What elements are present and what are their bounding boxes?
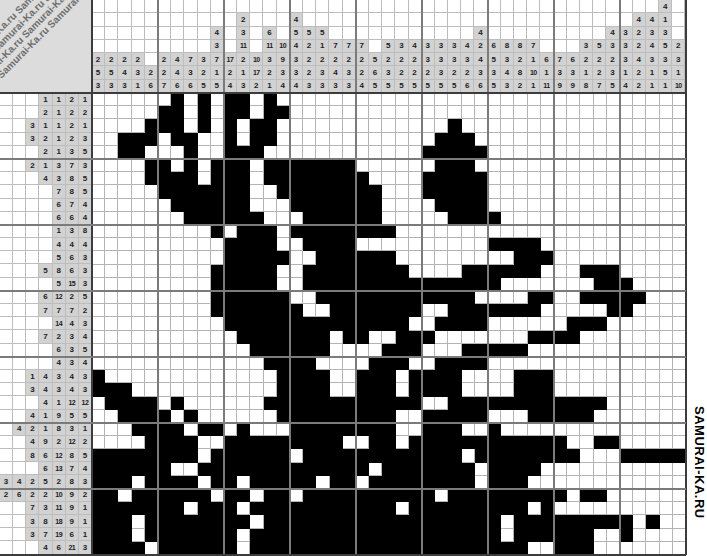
col-clue-cell: 4 [646,40,659,53]
col-clue-cell: 3 [620,40,633,53]
clue-cell-empty [26,304,39,317]
filled-cell [382,225,395,238]
col-clue-cell: 5 [382,80,395,93]
filled-cell [316,449,329,462]
filled-cell [382,344,395,357]
filled-cell [435,172,448,185]
row-clue-cell: 12 [53,291,66,304]
col-clue-cell: 3 [567,66,580,79]
filled-cell [528,410,541,423]
clue-cell-empty [13,172,26,185]
col-clue-cell: 4 [277,80,290,93]
row-clue-cell: 2 [66,291,79,304]
col-clue-cell: 1 [316,40,329,53]
filled-cell [541,370,554,383]
filled-cell [303,172,316,185]
clue-cell-empty [0,238,13,251]
clue-cell-empty [13,528,26,541]
filled-cell [475,265,488,278]
clue-cell-empty [13,370,26,383]
row-clue-cell: 7 [39,330,52,343]
filled-cell [264,397,277,410]
filled-cell [369,515,382,528]
clue-cell-empty [672,0,685,13]
filled-cell [105,502,118,515]
filled-cell [541,489,554,502]
row-clue-cell: 1 [79,119,92,132]
filled-cell [264,278,277,291]
clue-cell-empty [448,27,461,40]
filled-cell [145,502,158,515]
col-clue-cell: 7 [211,53,224,66]
clue-cell-empty [435,0,448,13]
clue-cell-empty [395,0,408,13]
clue-cell-empty [633,0,646,13]
filled-cell [422,423,435,436]
filled-cell [514,542,527,555]
grid-separator [619,0,621,555]
clue-cell-empty [488,13,501,26]
row-clue-cell: 4 [13,475,26,488]
filled-cell [250,119,263,132]
row-clue-cell: 8 [79,225,92,238]
clue-cell-empty [92,13,105,26]
filled-cell [264,529,277,542]
filled-cell [171,502,184,515]
grid-separator [0,356,686,358]
filled-cell [448,476,461,489]
clue-cell-empty [132,40,145,53]
filled-cell [475,357,488,370]
filled-cell [118,410,131,423]
row-clue-cell: 2 [39,489,52,502]
filled-cell [250,542,263,555]
clue-cell-empty [39,212,52,225]
filled-cell [198,542,211,555]
row-clue-cell: 6 [39,291,52,304]
clue-cell-empty [39,199,52,212]
filled-cell [382,529,395,542]
filled-cell [475,199,488,212]
filled-cell [224,185,237,198]
clue-cell-empty [0,449,13,462]
col-clue-cell: 4 [118,66,131,79]
col-clue-cell: 5 [593,40,606,53]
filled-cell [462,502,475,515]
filled-cell [303,370,316,383]
filled-cell [422,172,435,185]
clue-cell-empty [198,40,211,53]
clue-cell-empty [488,27,501,40]
filled-cell [382,515,395,528]
clue-cell-empty [224,13,237,26]
filled-cell [382,304,395,317]
row-clue-cell: 2 [53,330,66,343]
col-clue-cell: 7 [527,40,540,53]
row-clue-cell: 7 [53,185,66,198]
clue-cell-empty [0,119,13,132]
row-clue-cell: 2 [26,159,39,172]
filled-cell [158,463,171,476]
filled-cell [224,529,237,542]
filled-cell [409,489,422,502]
clue-cell-empty [224,40,237,53]
clue-cell-empty [92,40,105,53]
col-clue-cell: 3 [606,40,619,53]
filled-cell [198,502,211,515]
filled-cell [316,410,329,423]
filled-cell [250,291,263,304]
clue-cell-empty [105,40,118,53]
filled-cell [303,344,316,357]
filled-cell [250,476,263,489]
clue-cell-empty [527,0,540,13]
filled-cell [277,542,290,555]
row-clue-cell: 6 [39,462,52,475]
filled-cell [409,370,422,383]
clue-cell-empty [0,541,13,554]
row-clue-cell: 2 [66,93,79,106]
clue-cell-empty [26,225,39,238]
filled-cell [382,489,395,502]
filled-cell [105,463,118,476]
filled-cell [435,317,448,330]
col-clue-cell: 4 [646,13,659,26]
filled-cell [448,542,461,555]
filled-cell [303,238,316,251]
filled-cell [237,489,250,502]
row-clue-cell: 1 [39,159,52,172]
filled-cell [528,291,541,304]
col-clue-cell: 3 [672,53,685,66]
col-clue-cell: 2 [224,66,237,79]
filled-cell [316,397,329,410]
filled-cell [330,436,343,449]
row-clue-cell: 9 [66,502,79,515]
filled-cell [118,146,131,159]
filled-cell [343,304,356,317]
filled-cell [580,410,593,423]
clue-cell-empty [158,27,171,40]
filled-cell [198,199,211,212]
filled-cell [396,344,409,357]
clue-cell-empty [118,40,131,53]
col-clue-cell: 2 [263,66,276,79]
grid-separator [157,0,159,555]
clue-cell-empty [567,40,580,53]
col-clue-cell: 2 [303,53,316,66]
filled-cell [330,463,343,476]
filled-cell [501,238,514,251]
col-clue-cell: 1 [646,66,659,79]
filled-cell [514,449,527,462]
clue-cell-empty [356,27,369,40]
filled-cell [475,172,488,185]
filled-cell [396,489,409,502]
row-clue-cell: 3 [39,502,52,515]
filled-cell [224,146,237,159]
filled-cell [462,159,475,172]
filled-cell [435,199,448,212]
filled-cell [369,502,382,515]
filled-cell [303,278,316,291]
filled-cell [448,502,461,515]
clue-cell-empty [435,13,448,26]
filled-cell [290,225,303,238]
filled-cell [224,463,237,476]
filled-cell [501,265,514,278]
filled-cell [660,449,673,462]
clue-cell-empty [13,304,26,317]
filled-cell [462,291,475,304]
filled-cell [224,133,237,146]
filled-cell [528,370,541,383]
col-clue-cell: 2 [409,53,422,66]
filled-cell [541,502,554,515]
col-clue-cell: 5 [659,66,672,79]
filled-cell [92,529,105,542]
filled-cell [237,172,250,185]
row-clue-cell: 9 [53,410,66,423]
filled-cell [448,304,461,317]
col-clue-cell: 4 [620,80,633,93]
filled-cell [290,515,303,528]
clue-cell-empty [13,383,26,396]
filled-cell [105,515,118,528]
filled-cell [541,449,554,462]
filled-cell [356,291,369,304]
filled-cell [422,278,435,291]
filled-cell [224,502,237,515]
filled-cell [448,410,461,423]
col-clue-cell: 3 [237,80,250,93]
filled-cell [620,529,633,542]
clue-cell-empty [158,0,171,13]
filled-cell [580,397,593,410]
row-clue-cell: 3 [26,383,39,396]
filled-cell [409,397,422,410]
filled-cell [369,370,382,383]
filled-cell [290,370,303,383]
filled-cell [409,383,422,396]
filled-cell [475,304,488,317]
clue-cell-empty [0,317,13,330]
filled-cell [422,502,435,515]
filled-cell [541,397,554,410]
grid-separator [553,0,555,555]
filled-cell [224,199,237,212]
col-clue-cell: 3 [435,66,448,79]
row-clue-cell: 8 [66,449,79,462]
filled-cell [145,172,158,185]
clue-cell-empty [184,40,197,53]
row-clue-cell: 2 [0,489,13,502]
row-clue-cell: 9 [66,489,79,502]
filled-cell [92,502,105,515]
filled-cell [118,502,131,515]
filled-cell [462,542,475,555]
filled-cell [132,423,145,436]
col-clue-cell: 2 [158,66,171,79]
clue-cell-empty [118,27,131,40]
filled-cell [171,436,184,449]
filled-cell [198,93,211,106]
clue-cell-empty [540,13,553,26]
clue-cell-empty [13,251,26,264]
clue-cell-empty [171,40,184,53]
clue-cell-empty [303,0,316,13]
filled-cell [92,370,105,383]
row-clue-cell: 1 [53,396,66,409]
col-clue-cell: 2 [198,66,211,79]
filled-cell [224,489,237,502]
filled-cell [237,265,250,278]
clue-cell-empty [0,357,13,370]
filled-cell [462,489,475,502]
row-clue-cell: 7 [39,528,52,541]
filled-cell [250,278,263,291]
col-clue-cell: 2 [422,66,435,79]
row-clue-cell: 2 [66,106,79,119]
clue-cell-empty [316,0,329,13]
clue-cell-empty [250,0,263,13]
filled-cell [211,291,224,304]
filled-cell [462,463,475,476]
filled-cell [277,370,290,383]
filled-cell [316,291,329,304]
filled-cell [277,304,290,317]
filled-cell [198,463,211,476]
filled-cell [132,146,145,159]
filled-cell [369,304,382,317]
filled-cell [369,317,382,330]
filled-cell [171,199,184,212]
clue-cell-empty [369,13,382,26]
filled-cell [448,515,461,528]
filled-cell [303,212,316,225]
clue-cell-empty [620,0,633,13]
filled-cell [382,410,395,423]
filled-cell [541,291,554,304]
filled-cell [237,278,250,291]
clue-cell-empty [540,40,553,53]
col-clue-cell: 17 [224,53,237,66]
filled-cell [237,423,250,436]
filled-cell [501,542,514,555]
filled-cell [158,515,171,528]
filled-cell [501,436,514,449]
filled-cell [171,119,184,132]
col-clue-cell: 1 [646,80,659,93]
row-clue-cell: 18 [53,515,66,528]
filled-cell [528,397,541,410]
clue-cell-empty [474,0,487,13]
col-clue-cell: 2 [356,66,369,79]
filled-cell [435,357,448,370]
clue-cell-empty [554,27,567,40]
filled-cell [620,449,633,462]
row-clue-cell: 4 [66,383,79,396]
filled-cell [316,489,329,502]
clue-cell-empty [13,291,26,304]
filled-cell [462,172,475,185]
row-clue-cell: 4 [13,423,26,436]
filled-cell [580,265,593,278]
filled-cell [211,529,224,542]
filled-cell [343,317,356,330]
filled-cell [303,265,316,278]
clue-cell-empty [580,27,593,40]
clue-cell-empty [13,264,26,277]
filled-cell [356,542,369,555]
filled-cell [171,423,184,436]
row-clue-cell: 3 [79,133,92,146]
row-clue-cell: 3 [79,251,92,264]
clue-cell-empty [501,0,514,13]
col-clue-cell: 17 [250,66,263,79]
filled-cell [237,93,250,106]
clue-cell-empty [26,106,39,119]
clue-cell-empty [145,0,158,13]
clue-cell-empty [39,357,52,370]
filled-cell [290,304,303,317]
clue-cell-empty [0,436,13,449]
filled-cell [343,449,356,462]
row-clue-cell: 3 [53,172,66,185]
filled-cell [343,410,356,423]
col-clue-cell: 4 [461,40,474,53]
col-clue-cell: 3 [461,53,474,66]
row-clue-cell: 2 [39,146,52,159]
filled-cell [343,423,356,436]
row-clue-cell: 2 [53,475,66,488]
row-clue-cell: 8 [53,264,66,277]
filled-cell [316,529,329,542]
filled-cell [462,133,475,146]
filled-cell [330,410,343,423]
filled-cell [343,159,356,172]
row-clue-cell: 3 [79,370,92,383]
filled-cell [554,436,567,449]
filled-cell [277,185,290,198]
clue-cell-empty [329,27,342,40]
clue-cell-empty [13,212,26,225]
filled-cell [369,449,382,462]
filled-cell [646,515,659,528]
filled-cell [330,489,343,502]
filled-cell [290,423,303,436]
filled-cell [158,476,171,489]
filled-cell [356,304,369,317]
filled-cell [316,370,329,383]
filled-cell [369,185,382,198]
filled-cell [290,344,303,357]
col-clue-cell: 5 [422,80,435,93]
clue-cell-empty [290,0,303,13]
clue-cell-empty [26,396,39,409]
filled-cell [158,159,171,172]
row-clue-cell: 6 [66,264,79,277]
row-clue-cell: 4 [26,436,39,449]
clue-cell-empty [92,27,105,40]
filled-cell [356,251,369,264]
clue-cell-empty [567,0,580,13]
filled-cell [330,529,343,542]
filled-cell [277,397,290,410]
filled-cell [343,225,356,238]
filled-cell [290,476,303,489]
col-clue-cell: 1 [620,66,633,79]
